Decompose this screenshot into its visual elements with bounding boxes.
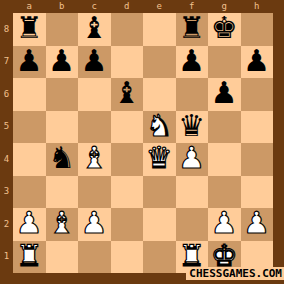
square-d8[interactable]: [111, 13, 144, 46]
rank-label-7: 7: [0, 46, 13, 79]
square-f6[interactable]: [176, 78, 209, 111]
square-e8[interactable]: [143, 13, 176, 46]
piece-white-rook[interactable]: ♜: [16, 240, 43, 272]
square-a7[interactable]: ♟: [13, 46, 46, 79]
piece-black-bishop[interactable]: ♝: [81, 12, 108, 44]
square-c7[interactable]: ♟: [78, 46, 111, 79]
square-g2[interactable]: ♟: [208, 208, 241, 241]
piece-white-pawn[interactable]: ♟: [243, 207, 270, 239]
rank-label-2: 2: [0, 208, 13, 241]
file-label-e: e: [143, 0, 176, 13]
chess-board: ♜♝♜♚♟♟♟♟♟♝♟♞♛♞♝♛♟♟♝♟♟♟♜♜♚: [13, 13, 273, 273]
square-b2[interactable]: ♝: [46, 208, 79, 241]
piece-black-pawn[interactable]: ♟: [48, 45, 75, 77]
chess-diagram: abcdefgh 87654321 ♜♝♜♚♟♟♟♟♟♝♟♞♛♞♝♛♟♟♝♟♟♟…: [0, 0, 284, 284]
square-f8[interactable]: ♜: [176, 13, 209, 46]
square-f7[interactable]: ♟: [176, 46, 209, 79]
square-b8[interactable]: [46, 13, 79, 46]
square-c5[interactable]: [78, 111, 111, 144]
square-e5[interactable]: ♞: [143, 111, 176, 144]
piece-black-queen[interactable]: ♛: [178, 110, 205, 142]
square-b5[interactable]: [46, 111, 79, 144]
square-f2[interactable]: [176, 208, 209, 241]
square-d1[interactable]: [111, 241, 144, 274]
square-h2[interactable]: ♟: [241, 208, 274, 241]
square-d7[interactable]: [111, 46, 144, 79]
piece-black-rook[interactable]: ♜: [178, 12, 205, 44]
square-a5[interactable]: [13, 111, 46, 144]
file-label-d: d: [111, 0, 144, 13]
square-b3[interactable]: [46, 176, 79, 209]
piece-black-rook[interactable]: ♜: [16, 12, 43, 44]
square-a3[interactable]: [13, 176, 46, 209]
square-b4[interactable]: ♞: [46, 143, 79, 176]
rank-label-6: 6: [0, 78, 13, 111]
square-g5[interactable]: [208, 111, 241, 144]
square-d5[interactable]: [111, 111, 144, 144]
square-c3[interactable]: [78, 176, 111, 209]
square-h7[interactable]: ♟: [241, 46, 274, 79]
square-c4[interactable]: ♝: [78, 143, 111, 176]
square-c8[interactable]: ♝: [78, 13, 111, 46]
file-label-h: h: [241, 0, 274, 13]
piece-black-pawn[interactable]: ♟: [16, 45, 43, 77]
watermark: CHESSGAMES.COM: [186, 267, 284, 280]
square-e4[interactable]: ♛: [143, 143, 176, 176]
square-d4[interactable]: [111, 143, 144, 176]
piece-white-queen[interactable]: ♛: [146, 142, 173, 174]
piece-white-bishop[interactable]: ♝: [48, 207, 75, 239]
square-d2[interactable]: [111, 208, 144, 241]
square-c6[interactable]: [78, 78, 111, 111]
rank-label-4: 4: [0, 143, 13, 176]
square-g3[interactable]: [208, 176, 241, 209]
square-h6[interactable]: [241, 78, 274, 111]
square-g6[interactable]: ♟: [208, 78, 241, 111]
square-h5[interactable]: [241, 111, 274, 144]
square-h8[interactable]: [241, 13, 274, 46]
rank-label-3: 3: [0, 176, 13, 209]
square-f3[interactable]: [176, 176, 209, 209]
square-h4[interactable]: [241, 143, 274, 176]
file-label-b: b: [46, 0, 79, 13]
square-b1[interactable]: [46, 241, 79, 274]
piece-black-king[interactable]: ♚: [211, 12, 238, 44]
square-e6[interactable]: [143, 78, 176, 111]
piece-white-bishop[interactable]: ♝: [81, 142, 108, 174]
piece-white-pawn[interactable]: ♟: [16, 207, 43, 239]
square-c1[interactable]: [78, 241, 111, 274]
square-g8[interactable]: ♚: [208, 13, 241, 46]
rank-label-5: 5: [0, 111, 13, 144]
square-b6[interactable]: [46, 78, 79, 111]
piece-black-pawn[interactable]: ♟: [178, 45, 205, 77]
square-a1[interactable]: ♜: [13, 241, 46, 274]
square-b7[interactable]: ♟: [46, 46, 79, 79]
piece-white-knight[interactable]: ♞: [146, 110, 173, 142]
piece-black-bishop[interactable]: ♝: [113, 77, 140, 109]
piece-black-pawn[interactable]: ♟: [81, 45, 108, 77]
piece-white-pawn[interactable]: ♟: [81, 207, 108, 239]
piece-black-pawn[interactable]: ♟: [243, 45, 270, 77]
square-h3[interactable]: [241, 176, 274, 209]
square-g4[interactable]: [208, 143, 241, 176]
square-a2[interactable]: ♟: [13, 208, 46, 241]
rank-label-1: 1: [0, 241, 13, 274]
piece-black-pawn[interactable]: ♟: [211, 77, 238, 109]
rank-labels: 87654321: [0, 13, 13, 273]
square-a4[interactable]: [13, 143, 46, 176]
rank-label-8: 8: [0, 13, 13, 46]
square-g7[interactable]: [208, 46, 241, 79]
square-e7[interactable]: [143, 46, 176, 79]
square-e3[interactable]: [143, 176, 176, 209]
piece-white-pawn[interactable]: ♟: [178, 142, 205, 174]
square-a6[interactable]: [13, 78, 46, 111]
square-e2[interactable]: [143, 208, 176, 241]
square-e1[interactable]: [143, 241, 176, 274]
square-d6[interactable]: ♝: [111, 78, 144, 111]
square-f4[interactable]: ♟: [176, 143, 209, 176]
square-c2[interactable]: ♟: [78, 208, 111, 241]
piece-white-pawn[interactable]: ♟: [211, 207, 238, 239]
square-a8[interactable]: ♜: [13, 13, 46, 46]
piece-black-knight[interactable]: ♞: [48, 142, 75, 174]
square-d3[interactable]: [111, 176, 144, 209]
square-f5[interactable]: ♛: [176, 111, 209, 144]
